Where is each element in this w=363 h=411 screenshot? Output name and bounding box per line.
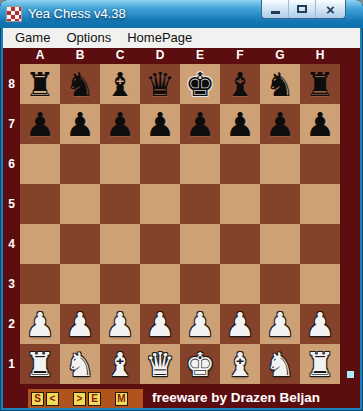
black-knight[interactable]: ♞ — [260, 64, 300, 104]
maximize-button[interactable] — [289, 0, 316, 18]
file-label-b: B — [60, 48, 100, 64]
square-f1[interactable]: ♝ — [220, 344, 260, 384]
status-next-button[interactable]: > — [73, 392, 86, 406]
rank-label-8: 8 — [3, 64, 20, 104]
minimize-button[interactable] — [262, 0, 289, 18]
square-c1[interactable]: ♝ — [100, 344, 140, 384]
title-bar[interactable]: Yea Chess v4.38 × — [0, 0, 363, 28]
square-h2[interactable]: ♟ — [300, 304, 340, 344]
square-c8[interactable]: ♝ — [100, 64, 140, 104]
rank-label-5: 5 — [3, 184, 20, 224]
square-e4[interactable] — [180, 224, 220, 264]
square-c7[interactable]: ♟ — [100, 104, 140, 144]
rank-label-7: 7 — [3, 104, 20, 144]
black-pawn[interactable]: ♟ — [300, 104, 340, 144]
square-a5[interactable] — [20, 184, 60, 224]
black-pawn[interactable]: ♟ — [260, 104, 300, 144]
square-c3[interactable] — [100, 264, 140, 304]
file-label-f: F — [220, 48, 260, 64]
square-a6[interactable] — [20, 144, 60, 184]
square-e2[interactable]: ♟ — [180, 304, 220, 344]
square-b4[interactable] — [60, 224, 100, 264]
white-bishop[interactable]: ♝ — [100, 344, 140, 384]
square-f3[interactable] — [220, 264, 260, 304]
menu-bar: GameOptionsHomePage — [3, 28, 360, 48]
white-rook[interactable]: ♜ — [300, 344, 340, 384]
square-b6[interactable] — [60, 144, 100, 184]
black-queen[interactable]: ♛ — [140, 64, 180, 104]
square-a7[interactable]: ♟ — [20, 104, 60, 144]
maximize-icon — [297, 5, 307, 13]
square-f4[interactable] — [220, 224, 260, 264]
black-pawn[interactable]: ♟ — [60, 104, 100, 144]
square-h5[interactable] — [300, 184, 340, 224]
rank-label-2: 2 — [3, 304, 20, 344]
square-a3[interactable] — [20, 264, 60, 304]
square-f5[interactable] — [220, 184, 260, 224]
square-a1[interactable]: ♜ — [20, 344, 60, 384]
minimize-icon — [271, 11, 280, 14]
black-pawn[interactable]: ♟ — [220, 104, 260, 144]
square-d1[interactable]: ♛ — [140, 344, 180, 384]
white-pawn[interactable]: ♟ — [180, 304, 220, 344]
white-rook[interactable]: ♜ — [20, 344, 60, 384]
credit-text: freeware by Drazen Beljan — [152, 389, 320, 408]
square-d6[interactable] — [140, 144, 180, 184]
black-rook[interactable]: ♜ — [300, 64, 340, 104]
file-label-e: E — [180, 48, 220, 64]
white-pawn[interactable]: ♟ — [140, 304, 180, 344]
square-b8[interactable]: ♞ — [60, 64, 100, 104]
square-g7[interactable]: ♟ — [260, 104, 300, 144]
black-bishop[interactable]: ♝ — [100, 64, 140, 104]
square-d2[interactable]: ♟ — [140, 304, 180, 344]
white-pawn[interactable]: ♟ — [60, 304, 100, 344]
file-label-a: A — [20, 48, 60, 64]
black-pawn[interactable]: ♟ — [20, 104, 60, 144]
square-g8[interactable]: ♞ — [260, 64, 300, 104]
white-knight[interactable]: ♞ — [60, 344, 100, 384]
white-queen[interactable]: ♛ — [140, 344, 180, 384]
white-knight[interactable]: ♞ — [260, 344, 300, 384]
status-prev-button[interactable]: < — [46, 392, 59, 406]
square-e6[interactable] — [180, 144, 220, 184]
rank-label-1: 1 — [3, 344, 20, 384]
black-pawn[interactable]: ♟ — [100, 104, 140, 144]
app-icon — [6, 6, 22, 22]
menu-item-options[interactable]: Options — [58, 29, 119, 48]
file-label-h: H — [300, 48, 340, 64]
file-labels: ABCDEFGH — [3, 48, 360, 64]
status-toolbar: S<>EM — [28, 389, 143, 408]
square-d4[interactable] — [140, 224, 180, 264]
square-h4[interactable] — [300, 224, 340, 264]
status-m-button[interactable]: M — [115, 392, 128, 406]
board-frame: ABCDEFGH 8♜♞♝♛♚♝♞♜7♟♟♟♟♟♟♟♟65432♟♟♟♟♟♟♟♟… — [3, 48, 360, 408]
square-f7[interactable]: ♟ — [220, 104, 260, 144]
square-d8[interactable]: ♛ — [140, 64, 180, 104]
black-pawn[interactable]: ♟ — [180, 104, 220, 144]
square-f8[interactable]: ♝ — [220, 64, 260, 104]
status-e-button[interactable]: E — [88, 392, 101, 406]
square-d7[interactable]: ♟ — [140, 104, 180, 144]
square-h8[interactable]: ♜ — [300, 64, 340, 104]
white-pawn[interactable]: ♟ — [300, 304, 340, 344]
square-a8[interactable]: ♜ — [20, 64, 60, 104]
square-c6[interactable] — [100, 144, 140, 184]
white-pawn[interactable]: ♟ — [220, 304, 260, 344]
square-a2[interactable]: ♟ — [20, 304, 60, 344]
square-c5[interactable] — [100, 184, 140, 224]
white-pawn[interactable]: ♟ — [260, 304, 300, 344]
square-h6[interactable] — [300, 144, 340, 184]
square-f6[interactable] — [220, 144, 260, 184]
square-e8[interactable]: ♚ — [180, 64, 220, 104]
square-h7[interactable]: ♟ — [300, 104, 340, 144]
white-king[interactable]: ♚ — [180, 344, 220, 384]
square-d3[interactable] — [140, 264, 180, 304]
app-window: Yea Chess v4.38 × GameOptionsHomePage AB… — [0, 0, 363, 411]
square-b2[interactable]: ♟ — [60, 304, 100, 344]
white-bishop[interactable]: ♝ — [220, 344, 260, 384]
square-h1[interactable]: ♜ — [300, 344, 340, 384]
black-pawn[interactable]: ♟ — [140, 104, 180, 144]
square-g3[interactable] — [260, 264, 300, 304]
white-pawn[interactable]: ♟ — [100, 304, 140, 344]
square-g6[interactable] — [260, 144, 300, 184]
rank-label-3: 3 — [3, 264, 20, 304]
rank-label-4: 4 — [3, 224, 20, 264]
square-h3[interactable] — [300, 264, 340, 304]
menu-item-game[interactable]: Game — [7, 29, 58, 48]
square-e5[interactable] — [180, 184, 220, 224]
square-e1[interactable]: ♚ — [180, 344, 220, 384]
square-b1[interactable]: ♞ — [60, 344, 100, 384]
white-pawn[interactable]: ♟ — [20, 304, 60, 344]
square-b5[interactable] — [60, 184, 100, 224]
square-e7[interactable]: ♟ — [180, 104, 220, 144]
file-label-g: G — [260, 48, 300, 64]
black-rook[interactable]: ♜ — [20, 64, 60, 104]
square-g4[interactable] — [260, 224, 300, 264]
black-knight[interactable]: ♞ — [60, 64, 100, 104]
rank-label-6: 6 — [3, 144, 20, 184]
square-g2[interactable]: ♟ — [260, 304, 300, 344]
square-e3[interactable] — [180, 264, 220, 304]
status-s-button[interactable]: S — [31, 392, 44, 406]
close-icon: × — [326, 1, 335, 18]
square-f2[interactable]: ♟ — [220, 304, 260, 344]
window-title: Yea Chess v4.38 — [28, 0, 126, 28]
square-a4[interactable] — [20, 224, 60, 264]
black-bishop[interactable]: ♝ — [220, 64, 260, 104]
close-button[interactable]: × — [316, 0, 345, 18]
window-controls: × — [261, 0, 346, 19]
file-label-d: D — [140, 48, 180, 64]
menu-item-homepage[interactable]: HomePage — [119, 29, 200, 48]
file-label-c: C — [100, 48, 140, 64]
square-g5[interactable] — [260, 184, 300, 224]
square-b3[interactable] — [60, 264, 100, 304]
black-king[interactable]: ♚ — [180, 64, 220, 104]
square-g1[interactable]: ♞ — [260, 344, 300, 384]
square-b7[interactable]: ♟ — [60, 104, 100, 144]
square-d5[interactable] — [140, 184, 180, 224]
square-c4[interactable] — [100, 224, 140, 264]
side-to-move-indicator — [347, 371, 354, 378]
square-c2[interactable]: ♟ — [100, 304, 140, 344]
